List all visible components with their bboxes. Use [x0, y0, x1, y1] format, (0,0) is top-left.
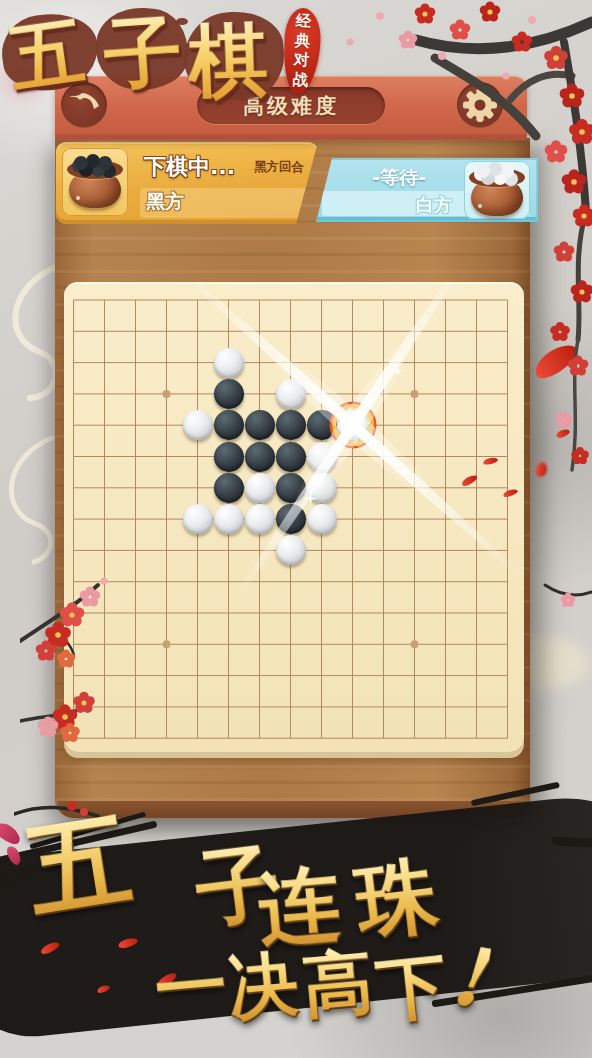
stone-white — [214, 348, 244, 378]
banner-char: 下 — [372, 939, 451, 1040]
black-name: 黑方 — [146, 189, 184, 215]
title-char: 五 — [3, 1, 90, 110]
stone-white — [276, 535, 306, 565]
stone-black — [214, 442, 244, 472]
petal — [530, 339, 582, 384]
banner-char: 五 — [18, 791, 140, 942]
stone-white — [307, 442, 337, 472]
stone-white — [276, 379, 306, 409]
stone-black — [276, 473, 306, 503]
turn-badge: 黑方回合 — [254, 159, 304, 176]
stone-black — [214, 379, 244, 409]
stone-black — [276, 442, 306, 472]
classic-battle-seal: 经典对战 — [282, 7, 322, 95]
stone-white — [245, 504, 275, 534]
stone-white — [183, 410, 213, 440]
stone-black — [245, 442, 275, 472]
star-point — [163, 390, 171, 398]
black-stones-jar — [62, 148, 128, 216]
banner-char: 高 — [299, 935, 377, 1035]
stone-white — [183, 504, 213, 534]
stone-white — [214, 504, 244, 534]
title-char: 子 — [100, 0, 185, 110]
settings-button[interactable] — [457, 82, 503, 128]
stone-white — [307, 504, 337, 534]
stone-black — [214, 473, 244, 503]
stone-black — [276, 410, 306, 440]
seal-text: 经典对战 — [291, 12, 313, 91]
petal — [535, 461, 549, 478]
white-stones-jar — [464, 161, 530, 219]
banner-char: 决 — [224, 937, 302, 1037]
player-panel-black: 下棋中... 黑方回合 黑方 — [56, 142, 318, 224]
petal — [555, 428, 571, 439]
title-char: 棋 — [186, 7, 270, 118]
star-point — [411, 640, 419, 648]
star-point — [163, 640, 171, 648]
last-move-marker — [332, 404, 374, 446]
gear-icon — [457, 82, 503, 128]
stone-white — [245, 473, 275, 503]
gomoku-board[interactable] — [64, 282, 524, 752]
stone-black — [214, 410, 244, 440]
star-point — [411, 390, 419, 398]
banner-char: 一 — [151, 937, 231, 1039]
black-status: 下棋中... — [144, 152, 235, 182]
stone-black — [245, 410, 275, 440]
game-screen: 高级难度 — [0, 0, 592, 1058]
stone-white — [307, 473, 337, 503]
stone-black — [276, 504, 306, 534]
white-name: 白方 — [416, 193, 452, 217]
player-panel-white: -等待- 白方 — [314, 158, 538, 222]
game-title: 五 子 棋 经典对战 — [8, 2, 328, 114]
white-status: -等待- — [372, 165, 426, 191]
